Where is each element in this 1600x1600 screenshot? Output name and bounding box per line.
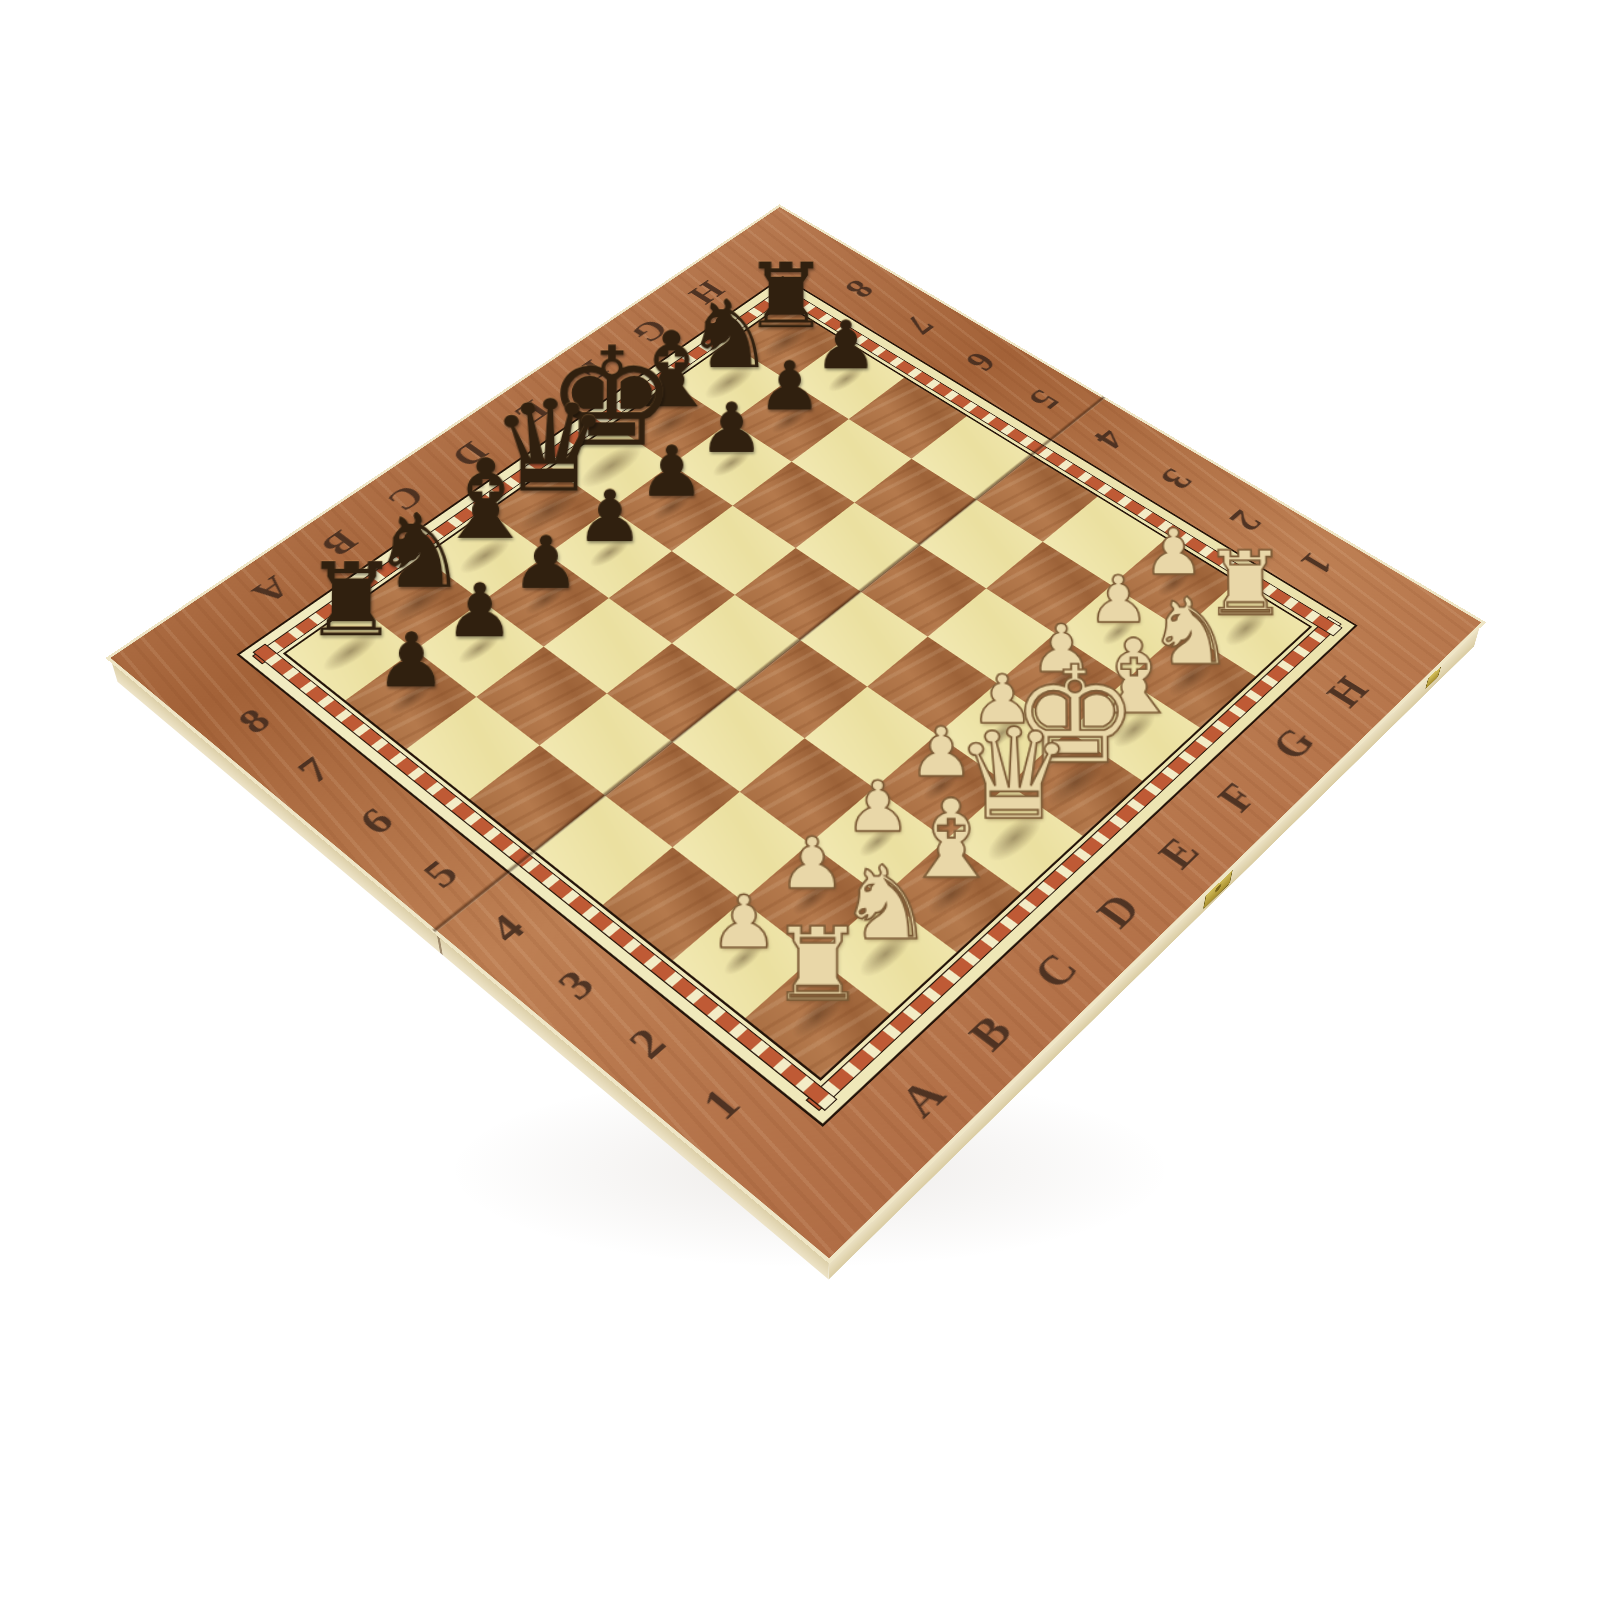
- piece-white-pawn-a2[interactable]: ♟: [709, 885, 778, 958]
- piece-black-pawn-h7[interactable]: ♟: [814, 312, 878, 379]
- piece-black-pawn-d7[interactable]: ♟: [575, 481, 644, 552]
- piece-white-pawn-b2[interactable]: ♟: [778, 827, 846, 899]
- piece-black-pawn-g7[interactable]: ♟: [757, 353, 822, 421]
- piece-black-pawn-a7[interactable]: ♟: [375, 623, 448, 698]
- piece-black-pawn-c7[interactable]: ♟: [511, 527, 581, 600]
- piece-white-pawn-h2[interactable]: ♟: [1143, 520, 1205, 584]
- board-3d-wrapper: AABBCCDDEEFFGGHH8877665544332211 ♜♞♝♛♚♝♞…: [110, 207, 1481, 1258]
- chess-board[interactable]: AABBCCDDEEFFGGHH8877665544332211 ♜♞♝♛♚♝♞…: [110, 207, 1481, 1258]
- product-photo-background: AABBCCDDEEFFGGHH8877665544332211 ♜♞♝♛♚♝♞…: [0, 0, 1600, 1600]
- piece-black-pawn-e7[interactable]: ♟: [638, 437, 706, 507]
- piece-black-pawn-b7[interactable]: ♟: [444, 574, 516, 648]
- fold-seam-side: [436, 930, 443, 955]
- piece-white-rook-a1[interactable]: ♜: [769, 914, 865, 1016]
- scene: AABBCCDDEEFFGGHH8877665544332211 ♜♞♝♛♚♝♞…: [0, 0, 1600, 1600]
- clasp-pin: [1215, 883, 1222, 894]
- piece-black-pawn-f7[interactable]: ♟: [698, 394, 764, 463]
